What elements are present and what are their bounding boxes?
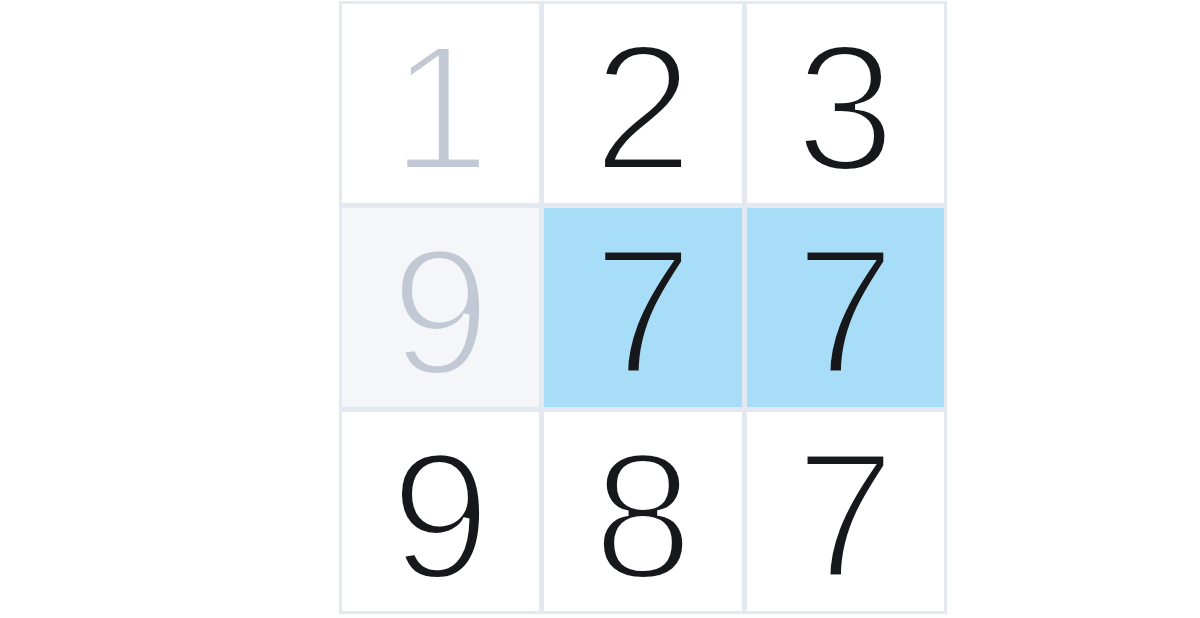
cell-r1c1: 1 [342, 4, 539, 203]
cell-r3c3[interactable]: 7 [747, 412, 944, 611]
cell-r2c3[interactable]: 7 [747, 208, 944, 407]
number-match-board: 1 2 3 9 7 7 9 8 7 [339, 1, 947, 614]
cell-r2c1: 9 [342, 208, 539, 407]
page: 1 2 3 9 7 7 9 8 7 [0, 0, 1200, 618]
cell-r1c2[interactable]: 2 [544, 4, 741, 203]
cell-r2c2[interactable]: 7 [544, 208, 741, 407]
cell-r1c3[interactable]: 3 [747, 4, 944, 203]
cell-r3c2[interactable]: 8 [544, 412, 741, 611]
cell-r3c1[interactable]: 9 [342, 412, 539, 611]
